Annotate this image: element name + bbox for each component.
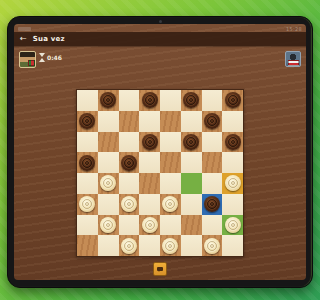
square-r5c1[interactable] xyxy=(77,173,98,194)
square-r8c5[interactable] xyxy=(160,235,181,256)
light-piece-r6c3[interactable] xyxy=(121,196,137,212)
turn-timer-group: 0:46 xyxy=(39,53,62,62)
square-r6c4[interactable] xyxy=(139,194,160,215)
square-r1c6[interactable] xyxy=(181,90,200,111)
bottom-bar xyxy=(14,257,200,280)
square-r5c5[interactable] xyxy=(160,173,181,194)
square-r4c5[interactable] xyxy=(160,152,181,173)
square-r8c4[interactable] xyxy=(139,235,160,256)
background: 15:28 ← Sua vez 0:46 xyxy=(0,0,200,300)
square-r4c2[interactable] xyxy=(98,152,119,173)
square-r4c4[interactable] xyxy=(139,152,160,173)
square-r1c3[interactable] xyxy=(119,90,140,111)
square-r6c1[interactable] xyxy=(77,194,98,215)
light-piece-r5c2[interactable] xyxy=(100,175,116,191)
status-bar: 15:28 xyxy=(14,24,200,32)
square-r5c6[interactable] xyxy=(181,173,200,194)
board xyxy=(76,89,200,257)
tablet-frame: 15:28 ← Sua vez 0:46 xyxy=(7,16,200,288)
light-piece-r6c1[interactable] xyxy=(79,196,95,212)
square-r7c1[interactable] xyxy=(77,215,98,236)
square-r6c2[interactable] xyxy=(98,194,119,215)
square-r2c1[interactable] xyxy=(77,111,98,132)
back-arrow-icon[interactable]: ← xyxy=(20,35,27,43)
board-area xyxy=(14,89,200,257)
dark-piece-r1c4[interactable] xyxy=(142,92,158,108)
square-r5c2[interactable] xyxy=(98,173,119,194)
app-bar: ← Sua vez xyxy=(14,32,200,46)
light-piece-r8c5[interactable] xyxy=(162,238,178,254)
square-r2c3[interactable] xyxy=(119,111,140,132)
light-piece-r7c2[interactable] xyxy=(100,217,116,233)
dark-piece-r1c2[interactable] xyxy=(100,92,116,108)
square-r8c6[interactable] xyxy=(181,235,200,256)
square-r7c3[interactable] xyxy=(119,215,140,236)
square-r4c3[interactable] xyxy=(119,152,140,173)
square-r6c6[interactable] xyxy=(181,194,200,215)
page-title: Sua vez xyxy=(33,35,65,43)
square-r4c1[interactable] xyxy=(77,152,98,173)
square-r5c3[interactable] xyxy=(119,173,140,194)
square-r7c2[interactable] xyxy=(98,215,119,236)
player-flag-icon xyxy=(28,60,35,66)
turn-timer: 0:46 xyxy=(47,54,62,61)
square-r3c1[interactable] xyxy=(77,132,98,153)
square-r2c6[interactable] xyxy=(181,111,200,132)
screen: 15:28 ← Sua vez 0:46 xyxy=(14,24,200,280)
player-bar: 0:46 xyxy=(14,46,200,72)
status-left-indicator xyxy=(18,27,31,31)
dark-piece-r1c6[interactable] xyxy=(183,92,199,108)
square-r1c2[interactable] xyxy=(98,90,119,111)
square-r8c2[interactable] xyxy=(98,235,119,256)
square-r3c4[interactable] xyxy=(139,132,160,153)
square-r7c6[interactable] xyxy=(181,215,200,236)
square-r1c5[interactable] xyxy=(160,90,181,111)
dark-piece-r3c4[interactable] xyxy=(142,134,158,150)
square-r8c1[interactable] xyxy=(77,235,98,256)
light-piece-r8c3[interactable] xyxy=(121,238,137,254)
player-avatar[interactable] xyxy=(19,51,36,68)
light-piece-r7c4[interactable] xyxy=(142,217,158,233)
square-r6c3[interactable] xyxy=(119,194,140,215)
dark-piece-r2c1[interactable] xyxy=(79,113,95,129)
square-r2c2[interactable] xyxy=(98,111,119,132)
player-info: 0:46 xyxy=(19,51,62,68)
square-r1c4[interactable] xyxy=(139,90,160,111)
square-r1c1[interactable] xyxy=(77,90,98,111)
camera-dot xyxy=(159,20,162,23)
hourglass-icon xyxy=(39,53,45,62)
square-r3c6[interactable] xyxy=(181,132,200,153)
dark-piece-r4c1[interactable] xyxy=(79,155,95,171)
square-r3c3[interactable] xyxy=(119,132,140,153)
square-r5c4[interactable] xyxy=(139,173,160,194)
square-r3c5[interactable] xyxy=(160,132,181,153)
square-r6c5[interactable] xyxy=(160,194,181,215)
light-piece-r6c5[interactable] xyxy=(162,196,178,212)
square-r4c6[interactable] xyxy=(181,152,200,173)
square-r7c4[interactable] xyxy=(139,215,160,236)
dark-piece-r4c3[interactable] xyxy=(121,155,137,171)
chat-button[interactable] xyxy=(153,262,167,276)
square-r3c2[interactable] xyxy=(98,132,119,153)
dark-piece-r3c6[interactable] xyxy=(183,134,199,150)
square-r2c5[interactable] xyxy=(160,111,181,132)
square-r7c5[interactable] xyxy=(160,215,181,236)
chat-bubble-icon xyxy=(157,267,163,271)
square-r2c4[interactable] xyxy=(139,111,160,132)
square-r8c3[interactable] xyxy=(119,235,140,256)
